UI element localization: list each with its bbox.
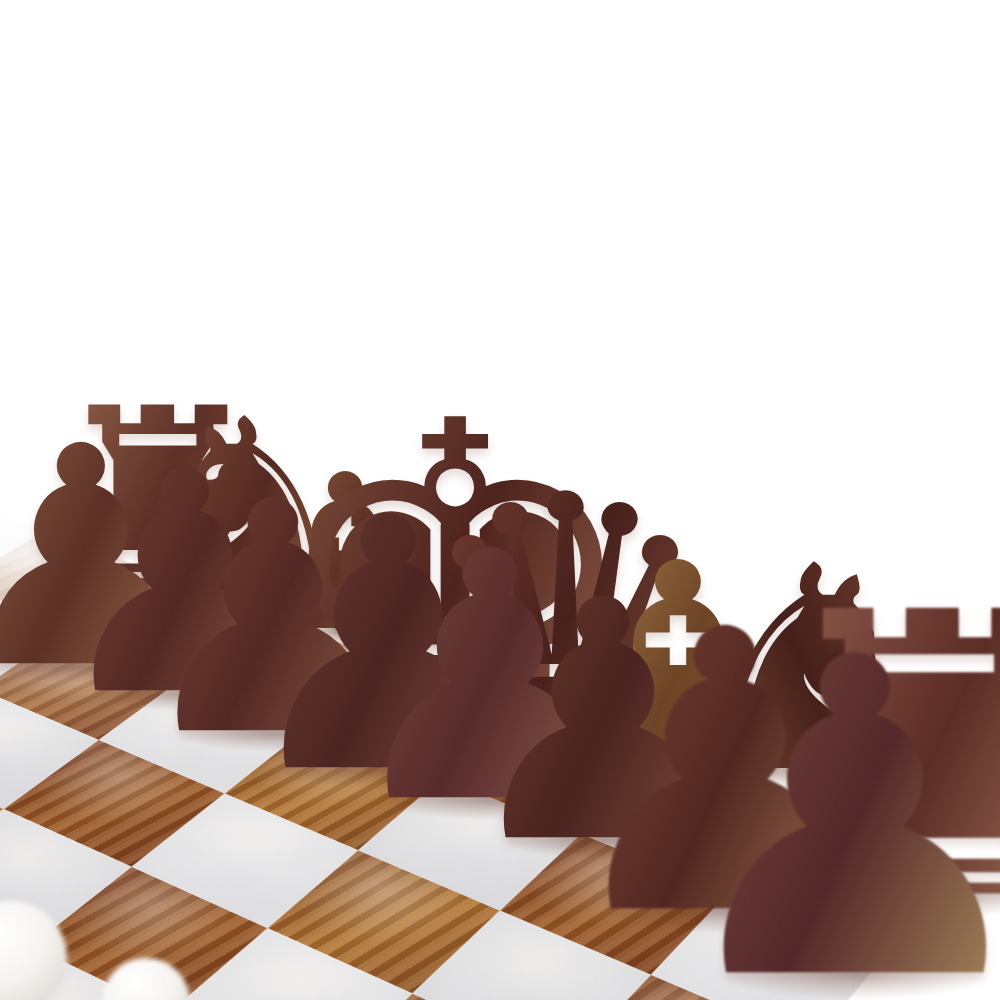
chess-photo-scene: ♜♞♝♚♛♝♞♜♟♟♟♟♟♟♟♟ bbox=[0, 0, 1000, 1000]
white-pieces-layer bbox=[0, 0, 1000, 1000]
white-pawn-top[interactable] bbox=[102, 958, 190, 1000]
white-pawn-top[interactable] bbox=[0, 901, 67, 1000]
